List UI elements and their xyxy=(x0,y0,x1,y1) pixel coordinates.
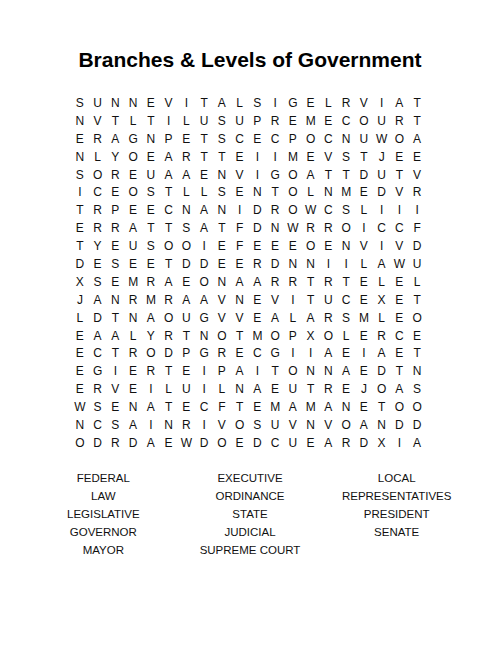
grid-cell: U xyxy=(408,255,426,273)
grid-cell: O xyxy=(89,166,107,184)
grid-cell: D xyxy=(373,183,391,201)
grid-cell: E xyxy=(391,291,409,309)
grid-cell: I xyxy=(160,112,178,130)
grid-cell: A xyxy=(266,309,284,327)
grid-cell: S xyxy=(213,130,231,148)
grid-cell: U xyxy=(355,130,373,148)
word-list-item: SENATE xyxy=(323,523,470,541)
grid-cell: A xyxy=(89,291,107,309)
grid-cell: G xyxy=(266,344,284,362)
grid-cell: E xyxy=(71,344,89,362)
grid-cell: U xyxy=(266,416,284,434)
grid-cell: X xyxy=(71,273,89,291)
grid-cell: E xyxy=(107,237,125,255)
grid-cell: A xyxy=(124,219,142,237)
grid-cell: V xyxy=(266,291,284,309)
word-list-item: MAYOR xyxy=(30,541,177,559)
grid-cell: E xyxy=(124,362,142,380)
grid-cell: D xyxy=(71,255,89,273)
grid-cell: L xyxy=(213,380,231,398)
grid-cell: Y xyxy=(89,237,107,255)
grid-cell: I xyxy=(195,380,213,398)
grid-cell: X xyxy=(373,291,391,309)
grid-cell: E xyxy=(391,273,409,291)
grid-cell: R xyxy=(302,219,320,237)
grid-cell: U xyxy=(373,112,391,130)
grid-cell: E xyxy=(142,255,160,273)
grid-cell: E xyxy=(178,398,196,416)
grid-cell: I xyxy=(249,148,267,166)
grid-cell: E xyxy=(178,362,196,380)
grid-cell: L xyxy=(373,273,391,291)
grid-cell: E xyxy=(231,344,249,362)
grid-cell: L xyxy=(320,94,338,112)
grid-cell: V xyxy=(89,112,107,130)
grid-cell: E xyxy=(71,327,89,345)
word-list-item: SUPREME COURT xyxy=(177,541,324,559)
grid-cell: O xyxy=(142,344,160,362)
word-list-column-3: LOCALREPRESENTATIVESPRESIDENTSENATE xyxy=(323,469,470,559)
grid-cell: N xyxy=(408,362,426,380)
grid-cell: A xyxy=(373,255,391,273)
grid-cell: P xyxy=(213,362,231,380)
grid-cell: A xyxy=(320,398,338,416)
grid-cell: R xyxy=(89,219,107,237)
grid-cell: T xyxy=(195,130,213,148)
grid-cell: R xyxy=(124,344,142,362)
grid-cell: T xyxy=(107,309,125,327)
grid-cell: E xyxy=(302,434,320,452)
grid-cell: E xyxy=(124,255,142,273)
grid-cell: R xyxy=(178,148,196,166)
grid-cell: I xyxy=(71,183,89,201)
grid-cell: G xyxy=(195,309,213,327)
grid-cell: I xyxy=(195,237,213,255)
grid-cell: O xyxy=(408,398,426,416)
grid-cell: N xyxy=(213,273,231,291)
grid-cell: I xyxy=(355,219,373,237)
grid-cell: E xyxy=(107,398,125,416)
grid-cell: R xyxy=(89,201,107,219)
grid-cell: U xyxy=(320,291,338,309)
grid-cell: S xyxy=(337,201,355,219)
grid-cell: T xyxy=(408,112,426,130)
grid-cell: I xyxy=(373,201,391,219)
grid-cell: C xyxy=(320,201,338,219)
grid-cell: W xyxy=(71,398,89,416)
grid-cell: E xyxy=(71,362,89,380)
grid-cell: P xyxy=(178,344,196,362)
grid-cell: S xyxy=(71,166,89,184)
grid-cell: D xyxy=(355,166,373,184)
word-list-item: EXECUTIVE xyxy=(177,469,324,487)
grid-cell: E xyxy=(337,380,355,398)
grid-cell: T xyxy=(142,112,160,130)
grid-cell: A xyxy=(160,273,178,291)
grid-cell: T xyxy=(213,219,231,237)
grid-cell: L xyxy=(160,380,178,398)
grid-cell: R xyxy=(337,94,355,112)
grid-cell: W xyxy=(373,130,391,148)
grid-cell: E xyxy=(142,148,160,166)
page-title: Branches & Levels of Government xyxy=(0,48,500,72)
grid-cell: L xyxy=(124,112,142,130)
grid-cell: O xyxy=(337,219,355,237)
grid-cell: O xyxy=(160,309,178,327)
grid-cell: T xyxy=(231,398,249,416)
grid-cell: T xyxy=(71,201,89,219)
grid-cell: D xyxy=(249,219,267,237)
grid-cell: T xyxy=(302,380,320,398)
grid-cell: G xyxy=(124,130,142,148)
grid-cell: T xyxy=(373,398,391,416)
grid-cell: L xyxy=(89,148,107,166)
grid-cell: R xyxy=(249,255,267,273)
grid-cell: V xyxy=(231,166,249,184)
grid-cell: A xyxy=(178,166,196,184)
grid-cell: N xyxy=(124,398,142,416)
grid-cell: V xyxy=(408,166,426,184)
grid-cell: S xyxy=(337,309,355,327)
word-list-item: LOCAL xyxy=(323,469,470,487)
grid-cell: R xyxy=(89,130,107,148)
grid-cell: T xyxy=(391,362,409,380)
grid-cell: O xyxy=(160,237,178,255)
grid-cell: I xyxy=(320,255,338,273)
grid-cell: D xyxy=(195,255,213,273)
grid-cell: G xyxy=(195,344,213,362)
grid-cell: R xyxy=(320,380,338,398)
grid-cell: R xyxy=(107,434,125,452)
grid-cell: E xyxy=(355,273,373,291)
grid-cell: I xyxy=(142,416,160,434)
grid-cell: E xyxy=(302,94,320,112)
grid-cell: T xyxy=(408,344,426,362)
grid-cell: R xyxy=(391,112,409,130)
grid-cell: E xyxy=(320,112,338,130)
grid-cell: I xyxy=(391,434,409,452)
grid-cell: E xyxy=(71,130,89,148)
grid-cell: S xyxy=(213,112,231,130)
grid-cell: N xyxy=(373,416,391,434)
grid-cell: E xyxy=(124,380,142,398)
grid-cell: S xyxy=(142,237,160,255)
grid-cell: A xyxy=(249,273,267,291)
grid-cell: A xyxy=(373,344,391,362)
grid-cell: E xyxy=(142,201,160,219)
grid-cell: E xyxy=(213,255,231,273)
grid-cell: C xyxy=(266,434,284,452)
grid-cell: O xyxy=(213,327,231,345)
grid-cell: L xyxy=(71,309,89,327)
grid-cell: I xyxy=(195,362,213,380)
grid-cell: O xyxy=(320,327,338,345)
grid-cell: T xyxy=(408,94,426,112)
grid-cell: C xyxy=(337,112,355,130)
grid-cell: P xyxy=(160,130,178,148)
grid-cell: E xyxy=(249,398,267,416)
grid-cell: I xyxy=(249,362,267,380)
grid-cell: N xyxy=(231,291,249,309)
grid-cell: U xyxy=(373,166,391,184)
grid-cell: O xyxy=(266,327,284,345)
grid-cell: A xyxy=(160,148,178,166)
grid-cell: O xyxy=(284,183,302,201)
grid-cell: I xyxy=(195,416,213,434)
grid-cell: A xyxy=(391,94,409,112)
grid-cell: I xyxy=(266,94,284,112)
grid-cell: N xyxy=(249,183,267,201)
grid-cell: E xyxy=(391,148,409,166)
grid-cell: T xyxy=(302,291,320,309)
grid-cell: I xyxy=(249,166,267,184)
grid-cell: R xyxy=(178,416,196,434)
grid-cell: N xyxy=(337,237,355,255)
grid-cell: T xyxy=(160,219,178,237)
grid-cell: T xyxy=(160,398,178,416)
grid-cell: A xyxy=(231,362,249,380)
grid-cell: F xyxy=(408,219,426,237)
grid-cell: E xyxy=(355,291,373,309)
grid-cell: V xyxy=(355,237,373,255)
grid-cell: A xyxy=(107,130,125,148)
grid-cell: E xyxy=(231,255,249,273)
grid-cell: P xyxy=(107,201,125,219)
grid-cell: E xyxy=(231,434,249,452)
grid-cell: V xyxy=(213,416,231,434)
grid-cell: A xyxy=(213,94,231,112)
grid-cell: V xyxy=(160,94,178,112)
grid-cell: I xyxy=(373,237,391,255)
grid-cell: E xyxy=(231,148,249,166)
word-list-item: ORDINANCE xyxy=(177,487,324,505)
grid-cell: T xyxy=(355,148,373,166)
grid-cell: E xyxy=(320,237,338,255)
grid-cell: L xyxy=(124,327,142,345)
grid-cell: L xyxy=(178,112,196,130)
grid-cell: M xyxy=(337,183,355,201)
grid-cell: M xyxy=(142,291,160,309)
grid-cell: O xyxy=(391,130,409,148)
grid-cell: I xyxy=(355,344,373,362)
grid-cell: M xyxy=(302,398,320,416)
grid-cell: E xyxy=(284,112,302,130)
grid-cell: L xyxy=(408,273,426,291)
grid-cell: N xyxy=(337,130,355,148)
grid-cell: L xyxy=(373,309,391,327)
grid-cell: T xyxy=(195,94,213,112)
grid-cell: T xyxy=(160,183,178,201)
grid-cell: M xyxy=(266,398,284,416)
grid-cell: I xyxy=(302,344,320,362)
grid-cell: E xyxy=(124,201,142,219)
grid-cell: Y xyxy=(142,327,160,345)
grid-cell: T xyxy=(391,166,409,184)
grid-cell: A xyxy=(337,362,355,380)
grid-cell: V xyxy=(231,309,249,327)
grid-cell: E xyxy=(71,219,89,237)
grid-cell: P xyxy=(284,327,302,345)
grid-cell: J xyxy=(355,380,373,398)
grid-cell: S xyxy=(337,148,355,166)
grid-cell: D xyxy=(373,362,391,380)
grid-cell: U xyxy=(178,309,196,327)
grid-cell: N xyxy=(71,416,89,434)
grid-cell: F xyxy=(231,219,249,237)
grid-cell: N xyxy=(178,201,196,219)
grid-cell: N xyxy=(213,201,231,219)
grid-cell: V xyxy=(320,416,338,434)
grid-cell: E xyxy=(71,380,89,398)
grid-cell: E xyxy=(391,309,409,327)
grid-cell: C xyxy=(266,130,284,148)
grid-cell: A xyxy=(408,434,426,452)
grid-cell: I xyxy=(178,94,196,112)
grid-cell: S xyxy=(89,273,107,291)
grid-cell: M xyxy=(284,148,302,166)
grid-cell: R xyxy=(160,327,178,345)
grid-cell: I xyxy=(373,94,391,112)
grid-cell: D xyxy=(195,434,213,452)
grid-cell: P xyxy=(284,130,302,148)
grid-cell: N xyxy=(213,166,231,184)
word-list-item: PRESIDENT xyxy=(323,505,470,523)
grid-cell: T xyxy=(160,255,178,273)
grid-cell: N xyxy=(302,255,320,273)
grid-cell: M xyxy=(249,327,267,345)
grid-cell: L xyxy=(231,94,249,112)
grid-cell: A xyxy=(107,327,125,345)
grid-cell: X xyxy=(373,434,391,452)
grid-cell: E xyxy=(178,273,196,291)
grid-cell: M xyxy=(124,273,142,291)
grid-cell: A xyxy=(302,309,320,327)
grid-cell: P xyxy=(249,112,267,130)
grid-cell: E xyxy=(391,344,409,362)
grid-cell: A xyxy=(355,416,373,434)
grid-cell: O xyxy=(178,237,196,255)
grid-cell: O xyxy=(302,237,320,255)
grid-cell: A xyxy=(124,416,142,434)
grid-cell: E xyxy=(124,166,142,184)
grid-cell: A xyxy=(89,327,107,345)
grid-cell: R xyxy=(320,219,338,237)
grid-cell: E xyxy=(266,380,284,398)
grid-cell: V xyxy=(391,183,409,201)
grid-cell: A xyxy=(142,398,160,416)
grid-cell: E xyxy=(408,148,426,166)
grid-cell: V xyxy=(320,148,338,166)
grid-cell: F xyxy=(231,237,249,255)
grid-cell: A xyxy=(320,344,338,362)
grid-cell: D xyxy=(266,255,284,273)
grid-cell: D xyxy=(124,434,142,452)
grid-cell: R xyxy=(373,327,391,345)
grid-cell: D xyxy=(408,416,426,434)
grid-cell: V xyxy=(213,291,231,309)
grid-cell: O xyxy=(337,416,355,434)
grid-cell: T xyxy=(213,148,231,166)
grid-cell: W xyxy=(284,219,302,237)
grid-cell: V xyxy=(107,380,125,398)
grid-cell: V xyxy=(355,94,373,112)
word-list-item: GOVERNOR xyxy=(30,523,177,541)
grid-cell: O xyxy=(284,201,302,219)
grid-cell: V xyxy=(284,416,302,434)
grid-cell: N xyxy=(284,255,302,273)
grid-cell: O xyxy=(284,362,302,380)
grid-cell: M xyxy=(355,309,373,327)
grid-cell: A xyxy=(391,380,409,398)
grid-cell: L xyxy=(178,183,196,201)
grid-cell: G xyxy=(89,362,107,380)
grid-cell: E xyxy=(107,273,125,291)
grid-cell: C xyxy=(89,416,107,434)
grid-cell: C xyxy=(391,219,409,237)
grid-cell: M xyxy=(302,112,320,130)
grid-cell: T xyxy=(266,183,284,201)
grid-cell: N xyxy=(124,94,142,112)
grid-cell: N xyxy=(160,416,178,434)
grid-cell: C xyxy=(249,344,267,362)
grid-cell: A xyxy=(302,166,320,184)
grid-cell: E xyxy=(302,148,320,166)
grid-cell: C xyxy=(373,219,391,237)
grid-cell: L xyxy=(355,201,373,219)
grid-cell: U xyxy=(89,94,107,112)
grid-cell: D xyxy=(355,434,373,452)
grid-cell: E xyxy=(142,94,160,112)
grid-cell: E xyxy=(195,166,213,184)
grid-cell: W xyxy=(391,255,409,273)
grid-cell: T xyxy=(178,327,196,345)
grid-cell: E xyxy=(231,183,249,201)
grid-cell: N xyxy=(302,416,320,434)
grid-cell: E xyxy=(249,237,267,255)
grid-cell: E xyxy=(337,344,355,362)
word-list-column-2: EXECUTIVEORDINANCESTATEJUDICIALSUPREME C… xyxy=(177,469,324,559)
grid-cell: D xyxy=(249,201,267,219)
grid-cell: A xyxy=(142,309,160,327)
grid-cell: G xyxy=(266,166,284,184)
grid-cell: R xyxy=(142,362,160,380)
grid-cell: A xyxy=(249,380,267,398)
grid-cell: O xyxy=(124,183,142,201)
grid-cell: O xyxy=(124,148,142,166)
grid-cell: S xyxy=(249,94,267,112)
grid-cell: C xyxy=(391,327,409,345)
grid-cell: N xyxy=(320,183,338,201)
grid-cell: T xyxy=(107,112,125,130)
grid-cell: E xyxy=(89,255,107,273)
grid-cell: I xyxy=(337,255,355,273)
grid-cell: T xyxy=(107,344,125,362)
grid-cell: N xyxy=(337,398,355,416)
grid-cell: T xyxy=(337,166,355,184)
grid-cell: G xyxy=(284,94,302,112)
grid-cell: C xyxy=(89,344,107,362)
grid-cell: N xyxy=(266,219,284,237)
grid-cell: R xyxy=(284,273,302,291)
grid-cell: Y xyxy=(107,148,125,166)
grid-cell: O xyxy=(213,434,231,452)
grid-cell: L xyxy=(337,327,355,345)
grid-cell: R xyxy=(160,291,178,309)
grid-cell: L xyxy=(302,183,320,201)
grid-cell: R xyxy=(266,112,284,130)
grid-cell: I xyxy=(408,201,426,219)
grid-cell: E xyxy=(249,309,267,327)
